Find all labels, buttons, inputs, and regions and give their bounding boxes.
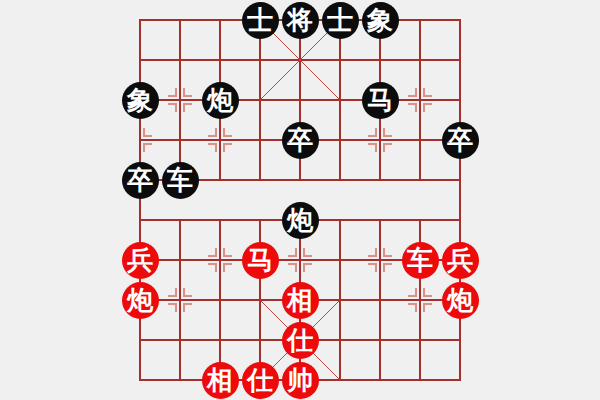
black-soldier[interactable]: 卒 xyxy=(122,162,159,199)
red-advisor[interactable]: 仕 xyxy=(242,362,279,399)
red-elephant[interactable]: 相 xyxy=(202,362,239,399)
black-cannon[interactable]: 炮 xyxy=(202,82,239,119)
black-general[interactable]: 将 xyxy=(282,2,319,39)
red-general[interactable]: 帅 xyxy=(282,362,319,399)
red-soldier[interactable]: 兵 xyxy=(122,242,159,279)
black-chariot[interactable]: 车 xyxy=(162,162,199,199)
black-elephant[interactable]: 象 xyxy=(122,82,159,119)
black-cannon[interactable]: 炮 xyxy=(282,202,319,239)
black-advisor[interactable]: 士 xyxy=(242,2,279,39)
red-elephant[interactable]: 相 xyxy=(282,282,319,319)
black-soldier[interactable]: 卒 xyxy=(282,122,319,159)
red-cannon[interactable]: 炮 xyxy=(122,282,159,319)
xiangqi-app-screen: 士将士象象炮马卒卒卒车炮兵马车兵炮相炮仕相仕帅 xyxy=(0,0,600,400)
black-soldier[interactable]: 卒 xyxy=(442,122,479,159)
black-elephant[interactable]: 象 xyxy=(362,2,399,39)
red-cannon[interactable]: 炮 xyxy=(442,282,479,319)
red-horse[interactable]: 马 xyxy=(242,242,279,279)
pieces-layer: 士将士象象炮马卒卒卒车炮兵马车兵炮相炮仕相仕帅 xyxy=(0,0,600,400)
red-advisor[interactable]: 仕 xyxy=(282,322,319,359)
black-horse[interactable]: 马 xyxy=(362,82,399,119)
red-soldier[interactable]: 兵 xyxy=(442,242,479,279)
black-advisor[interactable]: 士 xyxy=(322,2,359,39)
red-chariot[interactable]: 车 xyxy=(402,242,439,279)
